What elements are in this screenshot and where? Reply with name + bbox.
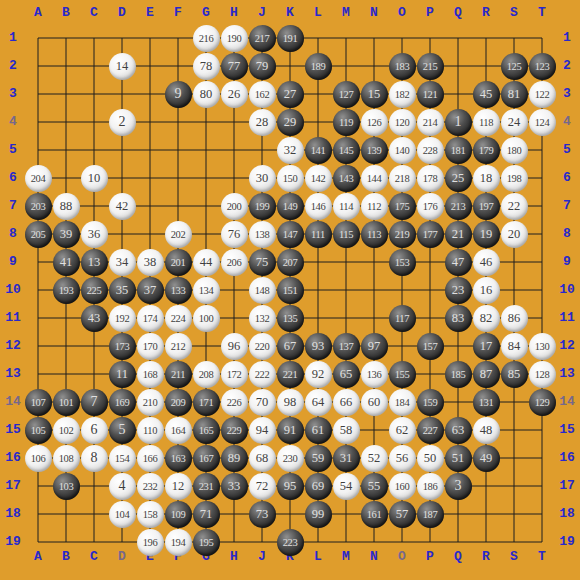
row-label-left-11: 11 <box>0 311 26 325</box>
stone-white-F19: 194 <box>165 529 192 556</box>
stone-black-P2: 215 <box>417 53 444 80</box>
column-label-bottom-R: R <box>473 550 499 564</box>
stone-white-J12: 220 <box>249 333 276 360</box>
column-label-top-F: F <box>165 6 191 20</box>
stone-white-F17: 12 <box>165 473 192 500</box>
stone-black-L12: 93 <box>305 333 332 360</box>
stone-white-A6: 204 <box>25 165 52 192</box>
stone-white-J17: 72 <box>249 473 276 500</box>
column-label-top-S: S <box>501 6 527 20</box>
stone-black-A15: 105 <box>25 417 52 444</box>
stone-black-Q5: 181 <box>445 137 472 164</box>
stone-black-N12: 97 <box>361 333 388 360</box>
stone-black-M12: 137 <box>333 333 360 360</box>
stone-white-G3: 80 <box>193 81 220 108</box>
stone-white-L6: 142 <box>305 165 332 192</box>
row-label-right-10: 10 <box>554 283 580 297</box>
stone-white-M17: 54 <box>333 473 360 500</box>
stone-white-K6: 150 <box>277 165 304 192</box>
stone-black-K19: 223 <box>277 529 304 556</box>
stone-white-F15: 164 <box>165 417 192 444</box>
stone-white-C6: 10 <box>81 165 108 192</box>
column-label-bottom-J: J <box>249 550 275 564</box>
column-label-top-M: M <box>333 6 359 20</box>
stone-black-Q16: 51 <box>445 445 472 472</box>
stone-black-G15: 165 <box>193 417 220 444</box>
stone-white-J10: 148 <box>249 277 276 304</box>
stone-white-M15: 58 <box>333 417 360 444</box>
column-label-bottom-Q: Q <box>445 550 471 564</box>
row-label-right-13: 13 <box>554 367 580 381</box>
stone-black-O9: 153 <box>389 249 416 276</box>
stone-white-N6: 144 <box>361 165 388 192</box>
stone-white-H8: 76 <box>221 221 248 248</box>
stone-black-R16: 49 <box>473 445 500 472</box>
stone-black-G19: 195 <box>193 529 220 556</box>
stone-black-B10: 193 <box>53 277 80 304</box>
stone-black-B14: 101 <box>53 389 80 416</box>
column-label-bottom-N: N <box>361 550 387 564</box>
stone-white-J3: 162 <box>249 81 276 108</box>
column-label-top-K: K <box>277 6 303 20</box>
stone-white-P17: 186 <box>417 473 444 500</box>
stone-black-C14: 7 <box>81 389 108 416</box>
stone-black-L17: 69 <box>305 473 332 500</box>
stone-white-E12: 170 <box>137 333 164 360</box>
row-label-left-17: 17 <box>0 479 26 493</box>
row-label-right-12: 12 <box>554 339 580 353</box>
stone-black-E10: 37 <box>137 277 164 304</box>
go-board: AABBCCDDEEFFGGHHJJKKLLMMNNOOPPQQRRSSTT11… <box>0 0 580 580</box>
stone-white-G2: 78 <box>193 53 220 80</box>
stone-black-J7: 199 <box>249 193 276 220</box>
stone-black-R8: 19 <box>473 221 500 248</box>
stone-black-R5: 179 <box>473 137 500 164</box>
column-label-top-N: N <box>361 6 387 20</box>
row-label-right-9: 9 <box>554 255 580 269</box>
stone-white-J8: 138 <box>249 221 276 248</box>
column-label-top-B: B <box>53 6 79 20</box>
stone-black-G14: 171 <box>193 389 220 416</box>
stone-white-A16: 106 <box>25 445 52 472</box>
row-label-right-2: 2 <box>554 59 580 73</box>
stone-black-G16: 167 <box>193 445 220 472</box>
stone-white-S11: 86 <box>501 305 528 332</box>
stone-white-H12: 96 <box>221 333 248 360</box>
stone-black-F13: 211 <box>165 361 192 388</box>
stone-black-D13: 11 <box>109 361 136 388</box>
stone-black-R12: 17 <box>473 333 500 360</box>
stone-white-P5: 228 <box>417 137 444 164</box>
stone-black-N3: 15 <box>361 81 388 108</box>
stone-black-Q7: 213 <box>445 193 472 220</box>
stone-black-H2: 77 <box>221 53 248 80</box>
stone-white-P4: 214 <box>417 109 444 136</box>
row-label-left-5: 5 <box>0 143 26 157</box>
stone-black-P18: 187 <box>417 501 444 528</box>
stone-black-R13: 87 <box>473 361 500 388</box>
stone-white-M14: 66 <box>333 389 360 416</box>
stone-white-C15: 6 <box>81 417 108 444</box>
stone-white-H14: 226 <box>221 389 248 416</box>
column-label-top-Q: Q <box>445 6 471 20</box>
stone-black-B9: 41 <box>53 249 80 276</box>
stone-white-G9: 44 <box>193 249 220 276</box>
stone-white-P7: 176 <box>417 193 444 220</box>
stone-black-N8: 113 <box>361 221 388 248</box>
stone-black-N5: 139 <box>361 137 388 164</box>
stone-white-L7: 146 <box>305 193 332 220</box>
stone-white-G11: 100 <box>193 305 220 332</box>
stone-black-A14: 107 <box>25 389 52 416</box>
column-label-bottom-M: M <box>333 550 359 564</box>
stone-white-T3: 122 <box>529 81 556 108</box>
stone-black-L15: 61 <box>305 417 332 444</box>
stone-white-B7: 88 <box>53 193 80 220</box>
row-label-left-18: 18 <box>0 507 26 521</box>
stone-black-Q9: 47 <box>445 249 472 276</box>
stone-black-Q6: 25 <box>445 165 472 192</box>
stone-black-Q17: 3 <box>445 473 472 500</box>
stone-black-F10: 133 <box>165 277 192 304</box>
stone-white-J6: 30 <box>249 165 276 192</box>
column-label-bottom-P: P <box>417 550 443 564</box>
stone-black-K8: 147 <box>277 221 304 248</box>
stone-black-D14: 169 <box>109 389 136 416</box>
stone-black-K17: 95 <box>277 473 304 500</box>
stone-black-K10: 151 <box>277 277 304 304</box>
stone-white-E17: 232 <box>137 473 164 500</box>
stone-white-P16: 50 <box>417 445 444 472</box>
stone-black-S3: 81 <box>501 81 528 108</box>
column-label-top-H: H <box>221 6 247 20</box>
row-label-left-2: 2 <box>0 59 26 73</box>
stone-black-M5: 145 <box>333 137 360 164</box>
row-label-left-4: 4 <box>0 115 26 129</box>
row-label-left-19: 19 <box>0 535 26 549</box>
stone-black-K4: 29 <box>277 109 304 136</box>
row-label-right-1: 1 <box>554 31 580 45</box>
column-label-top-T: T <box>529 6 555 20</box>
stone-black-R14: 131 <box>473 389 500 416</box>
stone-black-P14: 159 <box>417 389 444 416</box>
stone-black-G18: 71 <box>193 501 220 528</box>
column-label-bottom-S: S <box>501 550 527 564</box>
stone-black-H16: 89 <box>221 445 248 472</box>
stone-white-C8: 36 <box>81 221 108 248</box>
stone-white-T12: 130 <box>529 333 556 360</box>
row-label-left-10: 10 <box>0 283 26 297</box>
stone-black-R7: 197 <box>473 193 500 220</box>
stone-black-S2: 125 <box>501 53 528 80</box>
stone-white-L14: 64 <box>305 389 332 416</box>
stone-black-O18: 57 <box>389 501 416 528</box>
stone-black-T14: 129 <box>529 389 556 416</box>
stone-white-D16: 154 <box>109 445 136 472</box>
stone-white-O17: 160 <box>389 473 416 500</box>
stone-black-C9: 13 <box>81 249 108 276</box>
stone-black-A7: 203 <box>25 193 52 220</box>
row-label-right-19: 19 <box>554 535 580 549</box>
column-label-bottom-C: C <box>81 550 107 564</box>
row-label-left-16: 16 <box>0 451 26 465</box>
stone-black-K7: 149 <box>277 193 304 220</box>
stone-black-Q8: 21 <box>445 221 472 248</box>
row-label-right-18: 18 <box>554 507 580 521</box>
stone-black-B8: 39 <box>53 221 80 248</box>
stone-black-S13: 85 <box>501 361 528 388</box>
row-label-left-6: 6 <box>0 171 26 185</box>
row-label-right-6: 6 <box>554 171 580 185</box>
stone-black-T2: 123 <box>529 53 556 80</box>
stone-white-J15: 94 <box>249 417 276 444</box>
stone-white-P6: 178 <box>417 165 444 192</box>
column-label-bottom-T: T <box>529 550 555 564</box>
stone-black-J18: 73 <box>249 501 276 528</box>
stone-white-E19: 196 <box>137 529 164 556</box>
stone-white-R4: 118 <box>473 109 500 136</box>
stone-black-K9: 207 <box>277 249 304 276</box>
stone-white-D17: 4 <box>109 473 136 500</box>
stone-white-B16: 108 <box>53 445 80 472</box>
row-label-right-5: 5 <box>554 143 580 157</box>
stone-black-P12: 157 <box>417 333 444 360</box>
stone-black-L16: 59 <box>305 445 332 472</box>
stone-black-P8: 177 <box>417 221 444 248</box>
row-label-left-7: 7 <box>0 199 26 213</box>
stone-black-Q15: 63 <box>445 417 472 444</box>
row-label-right-14: 14 <box>554 395 580 409</box>
stone-black-A8: 205 <box>25 221 52 248</box>
stone-black-K1: 191 <box>277 25 304 52</box>
stone-black-D12: 173 <box>109 333 136 360</box>
stone-white-F12: 212 <box>165 333 192 360</box>
column-label-top-L: L <box>305 6 331 20</box>
stone-white-E9: 38 <box>137 249 164 276</box>
stone-black-P15: 227 <box>417 417 444 444</box>
stone-black-K11: 135 <box>277 305 304 332</box>
stone-black-F14: 209 <box>165 389 192 416</box>
column-label-bottom-O: O <box>389 550 415 564</box>
stone-black-O8: 219 <box>389 221 416 248</box>
stone-white-E18: 158 <box>137 501 164 528</box>
stone-black-D15: 5 <box>109 417 136 444</box>
column-label-top-D: D <box>109 6 135 20</box>
stone-black-L18: 99 <box>305 501 332 528</box>
column-label-bottom-L: L <box>305 550 331 564</box>
stone-white-O5: 140 <box>389 137 416 164</box>
stone-black-F18: 109 <box>165 501 192 528</box>
stone-white-E11: 174 <box>137 305 164 332</box>
stone-black-M8: 115 <box>333 221 360 248</box>
row-label-right-7: 7 <box>554 199 580 213</box>
stone-white-H7: 200 <box>221 193 248 220</box>
stone-black-O11: 117 <box>389 305 416 332</box>
stone-white-S4: 24 <box>501 109 528 136</box>
stone-white-R11: 82 <box>473 305 500 332</box>
stone-white-E13: 168 <box>137 361 164 388</box>
stone-white-D11: 192 <box>109 305 136 332</box>
stone-black-F9: 201 <box>165 249 192 276</box>
stone-black-D10: 35 <box>109 277 136 304</box>
row-label-left-14: 14 <box>0 395 26 409</box>
stone-white-K14: 98 <box>277 389 304 416</box>
row-label-right-16: 16 <box>554 451 580 465</box>
stone-black-O7: 175 <box>389 193 416 220</box>
column-label-bottom-H: H <box>221 550 247 564</box>
stone-white-S7: 22 <box>501 193 528 220</box>
stone-white-H1: 190 <box>221 25 248 52</box>
stone-white-H9: 206 <box>221 249 248 276</box>
stone-white-O15: 62 <box>389 417 416 444</box>
stone-white-R9: 46 <box>473 249 500 276</box>
stone-black-H17: 33 <box>221 473 248 500</box>
stone-white-N13: 136 <box>361 361 388 388</box>
stone-white-O16: 56 <box>389 445 416 472</box>
stone-black-L8: 111 <box>305 221 332 248</box>
stone-black-Q4: 1 <box>445 109 472 136</box>
stone-black-M13: 65 <box>333 361 360 388</box>
stone-white-G13: 208 <box>193 361 220 388</box>
stone-white-G10: 134 <box>193 277 220 304</box>
stone-black-K12: 67 <box>277 333 304 360</box>
stone-white-B15: 102 <box>53 417 80 444</box>
stone-white-F11: 224 <box>165 305 192 332</box>
stone-white-J14: 70 <box>249 389 276 416</box>
row-label-left-8: 8 <box>0 227 26 241</box>
stone-black-J2: 79 <box>249 53 276 80</box>
stone-white-J13: 222 <box>249 361 276 388</box>
stone-black-C11: 43 <box>81 305 108 332</box>
stone-black-G17: 231 <box>193 473 220 500</box>
stone-black-L5: 141 <box>305 137 332 164</box>
stone-white-O6: 218 <box>389 165 416 192</box>
stone-black-K13: 221 <box>277 361 304 388</box>
row-label-left-3: 3 <box>0 87 26 101</box>
stone-black-K15: 91 <box>277 417 304 444</box>
stone-white-S5: 180 <box>501 137 528 164</box>
stone-black-B17: 103 <box>53 473 80 500</box>
stone-white-F8: 202 <box>165 221 192 248</box>
stone-white-R10: 16 <box>473 277 500 304</box>
stone-black-M3: 127 <box>333 81 360 108</box>
stone-white-R15: 48 <box>473 417 500 444</box>
stone-white-O4: 120 <box>389 109 416 136</box>
row-label-right-8: 8 <box>554 227 580 241</box>
row-label-left-15: 15 <box>0 423 26 437</box>
stone-white-D4: 2 <box>109 109 136 136</box>
row-label-left-9: 9 <box>0 255 26 269</box>
stone-black-H15: 229 <box>221 417 248 444</box>
stone-black-F3: 9 <box>165 81 192 108</box>
stone-white-J11: 132 <box>249 305 276 332</box>
stone-white-D18: 104 <box>109 501 136 528</box>
stone-white-N7: 112 <box>361 193 388 220</box>
column-label-top-C: C <box>81 6 107 20</box>
stone-white-H13: 172 <box>221 361 248 388</box>
stone-white-T13: 128 <box>529 361 556 388</box>
stone-black-P3: 121 <box>417 81 444 108</box>
stone-white-L13: 92 <box>305 361 332 388</box>
stone-white-K16: 230 <box>277 445 304 472</box>
column-label-bottom-A: A <box>25 550 51 564</box>
stone-white-S8: 20 <box>501 221 528 248</box>
stone-white-K5: 32 <box>277 137 304 164</box>
stone-black-Q13: 185 <box>445 361 472 388</box>
stone-white-E16: 166 <box>137 445 164 472</box>
stone-black-Q10: 23 <box>445 277 472 304</box>
stone-white-O3: 182 <box>389 81 416 108</box>
stone-white-E15: 110 <box>137 417 164 444</box>
column-label-bottom-B: B <box>53 550 79 564</box>
stone-white-J16: 68 <box>249 445 276 472</box>
stone-white-N14: 60 <box>361 389 388 416</box>
stone-black-N17: 55 <box>361 473 388 500</box>
stone-black-M6: 143 <box>333 165 360 192</box>
stone-black-M16: 31 <box>333 445 360 472</box>
stone-black-C10: 225 <box>81 277 108 304</box>
column-label-top-O: O <box>389 6 415 20</box>
stone-white-N4: 126 <box>361 109 388 136</box>
stone-black-L2: 189 <box>305 53 332 80</box>
column-label-top-J: J <box>249 6 275 20</box>
stone-white-D7: 42 <box>109 193 136 220</box>
row-label-right-11: 11 <box>554 311 580 325</box>
stone-black-J1: 217 <box>249 25 276 52</box>
column-label-top-G: G <box>193 6 219 20</box>
stone-white-N16: 52 <box>361 445 388 472</box>
column-label-top-P: P <box>417 6 443 20</box>
stone-black-N18: 161 <box>361 501 388 528</box>
stone-white-O14: 184 <box>389 389 416 416</box>
stone-white-G1: 216 <box>193 25 220 52</box>
stone-black-M4: 119 <box>333 109 360 136</box>
stone-white-D2: 14 <box>109 53 136 80</box>
column-label-top-E: E <box>137 6 163 20</box>
column-label-top-R: R <box>473 6 499 20</box>
stone-white-H3: 26 <box>221 81 248 108</box>
stone-black-O2: 183 <box>389 53 416 80</box>
column-label-bottom-D: D <box>109 550 135 564</box>
stone-white-R6: 18 <box>473 165 500 192</box>
stone-white-M7: 114 <box>333 193 360 220</box>
row-label-left-13: 13 <box>0 367 26 381</box>
stone-white-J4: 28 <box>249 109 276 136</box>
stone-white-E14: 210 <box>137 389 164 416</box>
stone-black-R3: 45 <box>473 81 500 108</box>
stone-white-S12: 84 <box>501 333 528 360</box>
row-label-left-12: 12 <box>0 339 26 353</box>
row-label-right-4: 4 <box>554 115 580 129</box>
column-label-top-A: A <box>25 6 51 20</box>
row-label-left-1: 1 <box>0 31 26 45</box>
stone-white-D9: 34 <box>109 249 136 276</box>
stone-black-J9: 75 <box>249 249 276 276</box>
row-label-right-3: 3 <box>554 87 580 101</box>
stone-white-S6: 198 <box>501 165 528 192</box>
stone-white-T4: 124 <box>529 109 556 136</box>
row-label-right-15: 15 <box>554 423 580 437</box>
stone-white-C16: 8 <box>81 445 108 472</box>
row-label-right-17: 17 <box>554 479 580 493</box>
stone-black-F16: 163 <box>165 445 192 472</box>
stone-black-K3: 27 <box>277 81 304 108</box>
stone-black-Q11: 83 <box>445 305 472 332</box>
stone-black-O13: 155 <box>389 361 416 388</box>
